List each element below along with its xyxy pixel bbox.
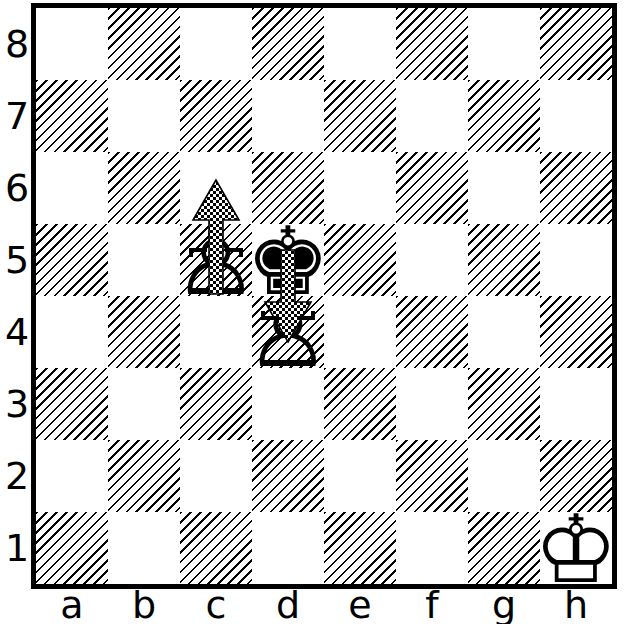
square-e8 xyxy=(324,8,396,80)
square-b2 xyxy=(108,440,180,512)
file-label-g: g xyxy=(468,586,540,624)
square-a3 xyxy=(36,368,108,440)
square-g4 xyxy=(468,296,540,368)
square-d4: ♙ xyxy=(252,296,324,368)
file-label-f: f xyxy=(396,586,468,624)
square-g1 xyxy=(468,512,540,584)
square-h6 xyxy=(540,152,612,224)
rank-label-3: 3 xyxy=(2,368,32,440)
rank-label-4: 4 xyxy=(2,296,32,368)
rank-label-1: 1 xyxy=(2,512,32,584)
square-e5 xyxy=(324,224,396,296)
square-b3 xyxy=(108,368,180,440)
square-a2 xyxy=(36,440,108,512)
file-label-b: b xyxy=(108,586,180,624)
square-a5 xyxy=(36,224,108,296)
file-label-d: d xyxy=(252,586,324,624)
square-b6 xyxy=(108,152,180,224)
square-d3 xyxy=(252,368,324,440)
square-c7 xyxy=(180,80,252,152)
rank-label-5: 5 xyxy=(2,224,32,296)
square-g8 xyxy=(468,8,540,80)
rank-label-8: 8 xyxy=(2,8,32,80)
square-g7 xyxy=(468,80,540,152)
square-a1 xyxy=(36,512,108,584)
square-c1 xyxy=(180,512,252,584)
chess-diagram: ♙♚♙♔ 87654321 abcdefgh xyxy=(0,0,624,624)
square-b7 xyxy=(108,80,180,152)
square-f5 xyxy=(396,224,468,296)
square-d2 xyxy=(252,440,324,512)
square-h3 xyxy=(540,368,612,440)
square-b8 xyxy=(108,8,180,80)
square-c5: ♙ xyxy=(180,224,252,296)
file-label-e: e xyxy=(324,586,396,624)
file-label-h: h xyxy=(540,586,612,624)
rank-label-6: 6 xyxy=(2,152,32,224)
square-e7 xyxy=(324,80,396,152)
file-label-c: c xyxy=(180,586,252,624)
square-g6 xyxy=(468,152,540,224)
square-h5 xyxy=(540,224,612,296)
square-c3 xyxy=(180,368,252,440)
square-a7 xyxy=(36,80,108,152)
square-g3 xyxy=(468,368,540,440)
square-d7 xyxy=(252,80,324,152)
square-g5 xyxy=(468,224,540,296)
square-d8 xyxy=(252,8,324,80)
square-f7 xyxy=(396,80,468,152)
square-b1 xyxy=(108,512,180,584)
square-f3 xyxy=(396,368,468,440)
square-f8 xyxy=(396,8,468,80)
square-h7 xyxy=(540,80,612,152)
square-e1 xyxy=(324,512,396,584)
square-h8 xyxy=(540,8,612,80)
square-f2 xyxy=(396,440,468,512)
square-e4 xyxy=(324,296,396,368)
chess-board: ♙♚♙♔ xyxy=(31,3,617,589)
square-c4 xyxy=(180,296,252,368)
square-a4 xyxy=(36,296,108,368)
square-a6 xyxy=(36,152,108,224)
file-label-a: a xyxy=(36,586,108,624)
square-h4 xyxy=(540,296,612,368)
square-e6 xyxy=(324,152,396,224)
square-b5 xyxy=(108,224,180,296)
square-c8 xyxy=(180,8,252,80)
square-c2 xyxy=(180,440,252,512)
rank-label-7: 7 xyxy=(2,80,32,152)
piece-white-king-h1: ♔ xyxy=(534,514,618,586)
square-f1 xyxy=(396,512,468,584)
piece-white-pawn-d4: ♙ xyxy=(246,298,330,370)
square-b4 xyxy=(108,296,180,368)
square-h1: ♔ xyxy=(540,512,612,584)
square-a8 xyxy=(36,8,108,80)
square-e3 xyxy=(324,368,396,440)
square-d1 xyxy=(252,512,324,584)
rank-label-2: 2 xyxy=(2,440,32,512)
square-g2 xyxy=(468,440,540,512)
square-f4 xyxy=(396,296,468,368)
square-f6 xyxy=(396,152,468,224)
square-e2 xyxy=(324,440,396,512)
